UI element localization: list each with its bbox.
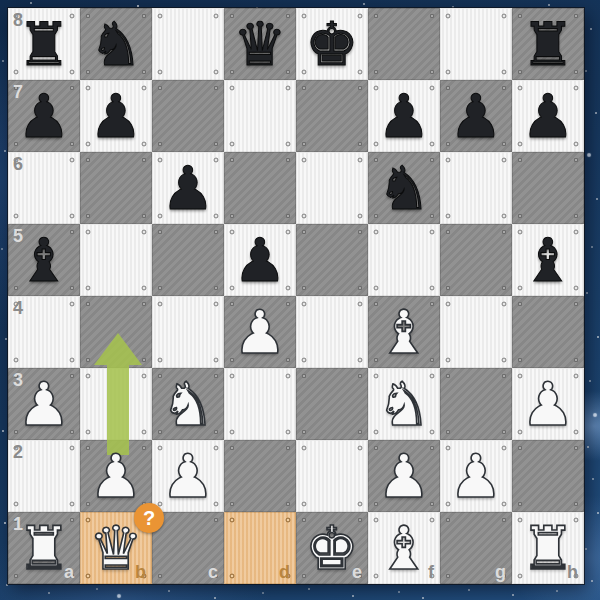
piece-white-rook-a1[interactable]: ♜ <box>17 512 71 584</box>
piece-white-king-e1[interactable]: ♚ <box>305 512 359 584</box>
square-a6[interactable]: 6 <box>8 152 80 224</box>
piece-black-bishop-h5[interactable]: ♝ <box>521 224 575 296</box>
piece-black-rook-a8[interactable]: ♜ <box>17 8 71 80</box>
square-b3[interactable] <box>80 368 152 440</box>
piece-white-knight-c3[interactable]: ♞ <box>161 368 215 440</box>
square-e6[interactable] <box>296 152 368 224</box>
square-c4[interactable] <box>152 296 224 368</box>
square-g3[interactable] <box>440 368 512 440</box>
chess-board: ♜8♞♛♚♜♟7♟♟♟♟6♟♞♝5♟♝4♟♝♟3♞♞♟2♟♟♟♟♜1a♛bcd♚… <box>8 8 584 584</box>
square-a3[interactable]: ♟3 <box>8 368 80 440</box>
coord-file-d: d <box>279 562 290 583</box>
piece-white-pawn-h3[interactable]: ♟ <box>521 368 575 440</box>
piece-black-pawn-a7[interactable]: ♟ <box>17 80 71 152</box>
square-g1[interactable]: g <box>440 512 512 584</box>
square-e4[interactable] <box>296 296 368 368</box>
square-b5[interactable] <box>80 224 152 296</box>
square-d3[interactable] <box>224 368 296 440</box>
square-f8[interactable] <box>368 8 440 80</box>
square-h6[interactable] <box>512 152 584 224</box>
square-e8[interactable]: ♚ <box>296 8 368 80</box>
square-d7[interactable] <box>224 80 296 152</box>
square-h3[interactable]: ♟ <box>512 368 584 440</box>
square-d6[interactable] <box>224 152 296 224</box>
square-a5[interactable]: ♝5 <box>8 224 80 296</box>
piece-black-pawn-h7[interactable]: ♟ <box>521 80 575 152</box>
piece-white-pawn-d4[interactable]: ♟ <box>233 296 287 368</box>
square-a8[interactable]: ♜8 <box>8 8 80 80</box>
coord-file-c: c <box>208 562 218 583</box>
piece-white-pawn-a3[interactable]: ♟ <box>17 368 71 440</box>
square-b7[interactable]: ♟ <box>80 80 152 152</box>
square-d4[interactable]: ♟ <box>224 296 296 368</box>
square-e7[interactable] <box>296 80 368 152</box>
square-e2[interactable] <box>296 440 368 512</box>
piece-white-rook-h1[interactable]: ♜ <box>521 512 575 584</box>
square-c2[interactable]: ♟ <box>152 440 224 512</box>
square-e5[interactable] <box>296 224 368 296</box>
square-h8[interactable]: ♜ <box>512 8 584 80</box>
coord-rank-6: 6 <box>13 154 23 175</box>
coord-rank-4: 4 <box>13 298 23 319</box>
piece-black-knight-f6[interactable]: ♞ <box>377 152 431 224</box>
coord-file-g: g <box>495 562 506 583</box>
square-a1[interactable]: ♜1a <box>8 512 80 584</box>
piece-white-knight-f3[interactable]: ♞ <box>377 368 431 440</box>
square-c8[interactable] <box>152 8 224 80</box>
piece-black-pawn-d5[interactable]: ♟ <box>233 224 287 296</box>
square-f2[interactable]: ♟ <box>368 440 440 512</box>
square-f7[interactable]: ♟ <box>368 80 440 152</box>
square-d8[interactable]: ♛ <box>224 8 296 80</box>
starfield-background <box>0 0 2 2</box>
piece-white-bishop-f1[interactable]: ♝ <box>377 512 431 584</box>
piece-white-pawn-b2[interactable]: ♟ <box>89 440 143 512</box>
piece-black-pawn-f7[interactable]: ♟ <box>377 80 431 152</box>
square-a7[interactable]: ♟7 <box>8 80 80 152</box>
square-e1[interactable]: ♚e <box>296 512 368 584</box>
piece-white-pawn-f2[interactable]: ♟ <box>377 440 431 512</box>
square-a2[interactable]: 2 <box>8 440 80 512</box>
square-b8[interactable]: ♞ <box>80 8 152 80</box>
piece-black-knight-b8[interactable]: ♞ <box>89 8 143 80</box>
piece-black-queen-d8[interactable]: ♛ <box>233 8 287 80</box>
piece-white-pawn-g2[interactable]: ♟ <box>449 440 503 512</box>
square-h1[interactable]: ♜h <box>512 512 584 584</box>
square-g8[interactable] <box>440 8 512 80</box>
square-c3[interactable]: ♞ <box>152 368 224 440</box>
square-h5[interactable]: ♝ <box>512 224 584 296</box>
piece-black-pawn-c6[interactable]: ♟ <box>161 152 215 224</box>
square-h4[interactable] <box>512 296 584 368</box>
square-h2[interactable] <box>512 440 584 512</box>
square-b4[interactable] <box>80 296 152 368</box>
square-b6[interactable] <box>80 152 152 224</box>
square-c7[interactable] <box>152 80 224 152</box>
square-f5[interactable] <box>368 224 440 296</box>
square-h7[interactable]: ♟ <box>512 80 584 152</box>
square-f1[interactable]: ♝f <box>368 512 440 584</box>
mistake-annotation-badge: ? <box>134 503 164 533</box>
piece-black-bishop-a5[interactable]: ♝ <box>17 224 71 296</box>
piece-white-bishop-f4[interactable]: ♝ <box>377 296 431 368</box>
square-e3[interactable] <box>296 368 368 440</box>
square-d1[interactable]: d <box>224 512 296 584</box>
coord-rank-2: 2 <box>13 442 23 463</box>
square-d2[interactable] <box>224 440 296 512</box>
square-c5[interactable] <box>152 224 224 296</box>
square-g2[interactable]: ♟ <box>440 440 512 512</box>
square-f6[interactable]: ♞ <box>368 152 440 224</box>
piece-white-pawn-c2[interactable]: ♟ <box>161 440 215 512</box>
square-f4[interactable]: ♝ <box>368 296 440 368</box>
square-b2[interactable]: ♟ <box>80 440 152 512</box>
square-g4[interactable] <box>440 296 512 368</box>
square-c6[interactable]: ♟ <box>152 152 224 224</box>
square-g6[interactable] <box>440 152 512 224</box>
square-d5[interactable]: ♟ <box>224 224 296 296</box>
piece-black-pawn-b7[interactable]: ♟ <box>89 80 143 152</box>
square-f3[interactable]: ♞ <box>368 368 440 440</box>
piece-black-pawn-g7[interactable]: ♟ <box>449 80 503 152</box>
square-g5[interactable] <box>440 224 512 296</box>
square-g7[interactable]: ♟ <box>440 80 512 152</box>
square-a4[interactable]: 4 <box>8 296 80 368</box>
piece-black-king-e8[interactable]: ♚ <box>305 8 359 80</box>
piece-black-rook-h8[interactable]: ♜ <box>521 8 575 80</box>
